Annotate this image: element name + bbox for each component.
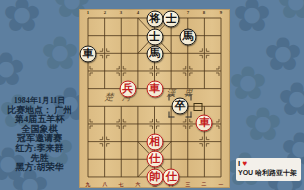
- piece-black-advisor-b[interactable]: 士: [146, 28, 163, 45]
- piece-black-horse-a[interactable]: 馬: [179, 28, 196, 45]
- piece-glyph: 車: [149, 83, 160, 94]
- piece-black-advisor-a[interactable]: 士: [163, 11, 180, 28]
- piece-red-general[interactable]: 帥: [146, 168, 163, 185]
- file-label-bottom: 八: [102, 181, 107, 186]
- file-label-top: 4: [137, 9, 139, 14]
- piece-glyph: 相: [149, 136, 160, 147]
- file-label-bottom: 一: [219, 181, 224, 186]
- selected-piece-corners: [169, 95, 192, 118]
- file-label-bottom: 三: [185, 181, 190, 186]
- heart-icon: ♥: [242, 159, 247, 168]
- xiangqi-video-frame: ✿✿✿✿✿✿✿✿✿✿✿✿✿✿✿✿✿✿ 1984年1月11日比赛地点： 广州第4届…: [0, 0, 304, 190]
- piece-glyph: 士: [149, 31, 160, 42]
- piece-glyph: 車: [83, 48, 94, 59]
- watermark-line1: I: [238, 159, 240, 168]
- file-label-bottom: 六: [135, 181, 140, 186]
- piece-red-pawn[interactable]: 兵: [119, 80, 136, 97]
- watermark-line2: YOU 哈利路亚十架: [238, 168, 299, 177]
- file-label-top: 2: [103, 9, 105, 14]
- piece-red-advisor-a[interactable]: 仕: [146, 151, 163, 168]
- piece-glyph: 馬: [149, 48, 160, 59]
- file-label-bottom: 七: [119, 181, 124, 186]
- piece-glyph: 車: [199, 117, 210, 128]
- piece-black-general[interactable]: 将: [146, 11, 163, 28]
- piece-red-chariot-b[interactable]: 車: [196, 114, 213, 131]
- file-label-top: 3: [120, 9, 122, 14]
- piece-glyph: 士: [166, 13, 177, 24]
- file-label-bottom: 二: [202, 181, 207, 186]
- last-move-origin-marker: [193, 103, 202, 111]
- piece-red-advisor-b[interactable]: 仕: [163, 168, 180, 185]
- piece-glyph: 将: [149, 13, 160, 24]
- file-label-bottom: 九: [86, 181, 91, 186]
- piece-red-elephant[interactable]: 相: [146, 133, 163, 150]
- piece-red-chariot-a[interactable]: 車: [146, 80, 163, 97]
- piece-black-chariot[interactable]: 車: [80, 46, 97, 63]
- piece-black-horse-b[interactable]: 馬: [146, 46, 163, 63]
- piece-glyph: 仕: [149, 153, 160, 164]
- channel-watermark: I ♥ YOU 哈利路亚十架: [236, 158, 301, 181]
- file-label-top: 9: [220, 9, 222, 14]
- file-label-top: 7: [187, 9, 189, 14]
- file-label-top: 1: [87, 9, 89, 14]
- piece-glyph: 帥: [149, 171, 160, 182]
- piece-glyph: 仕: [166, 171, 177, 182]
- piece-glyph: 馬: [182, 31, 193, 42]
- piece-glyph: 兵: [122, 83, 133, 94]
